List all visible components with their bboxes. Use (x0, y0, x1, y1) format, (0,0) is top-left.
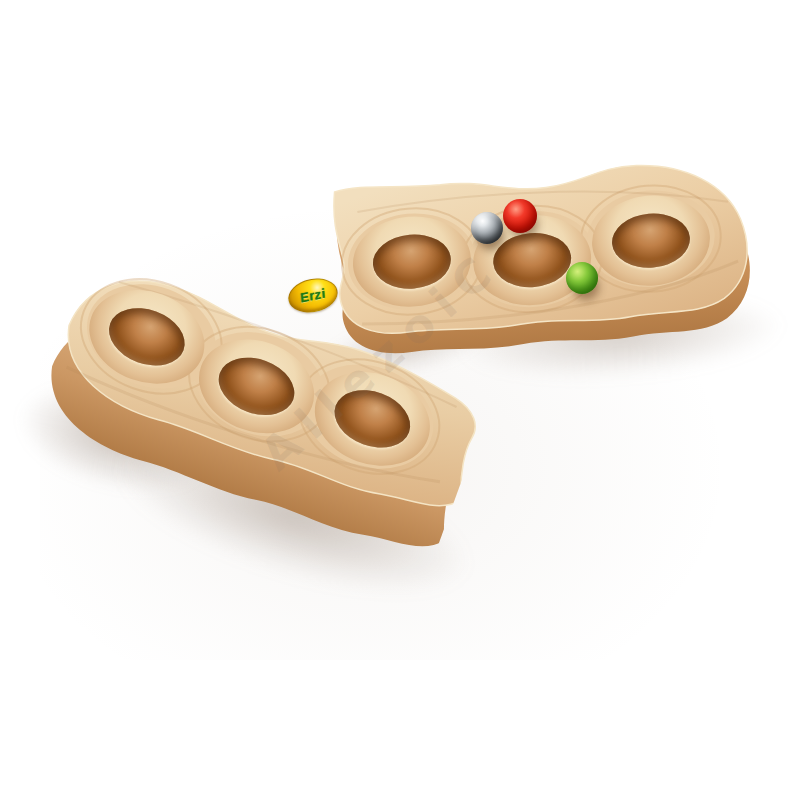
marble-red[interactable] (503, 199, 537, 233)
product-photo-stage: Erzi AllezoiC (0, 0, 800, 800)
marble-silver[interactable] (471, 212, 503, 244)
marble-green[interactable] (566, 262, 598, 294)
erzi-logo-text: Erzi (300, 285, 327, 305)
pit-upper-1[interactable] (347, 201, 476, 323)
pit-upper-3[interactable] (586, 180, 715, 302)
board-half-upper[interactable] (300, 150, 766, 388)
